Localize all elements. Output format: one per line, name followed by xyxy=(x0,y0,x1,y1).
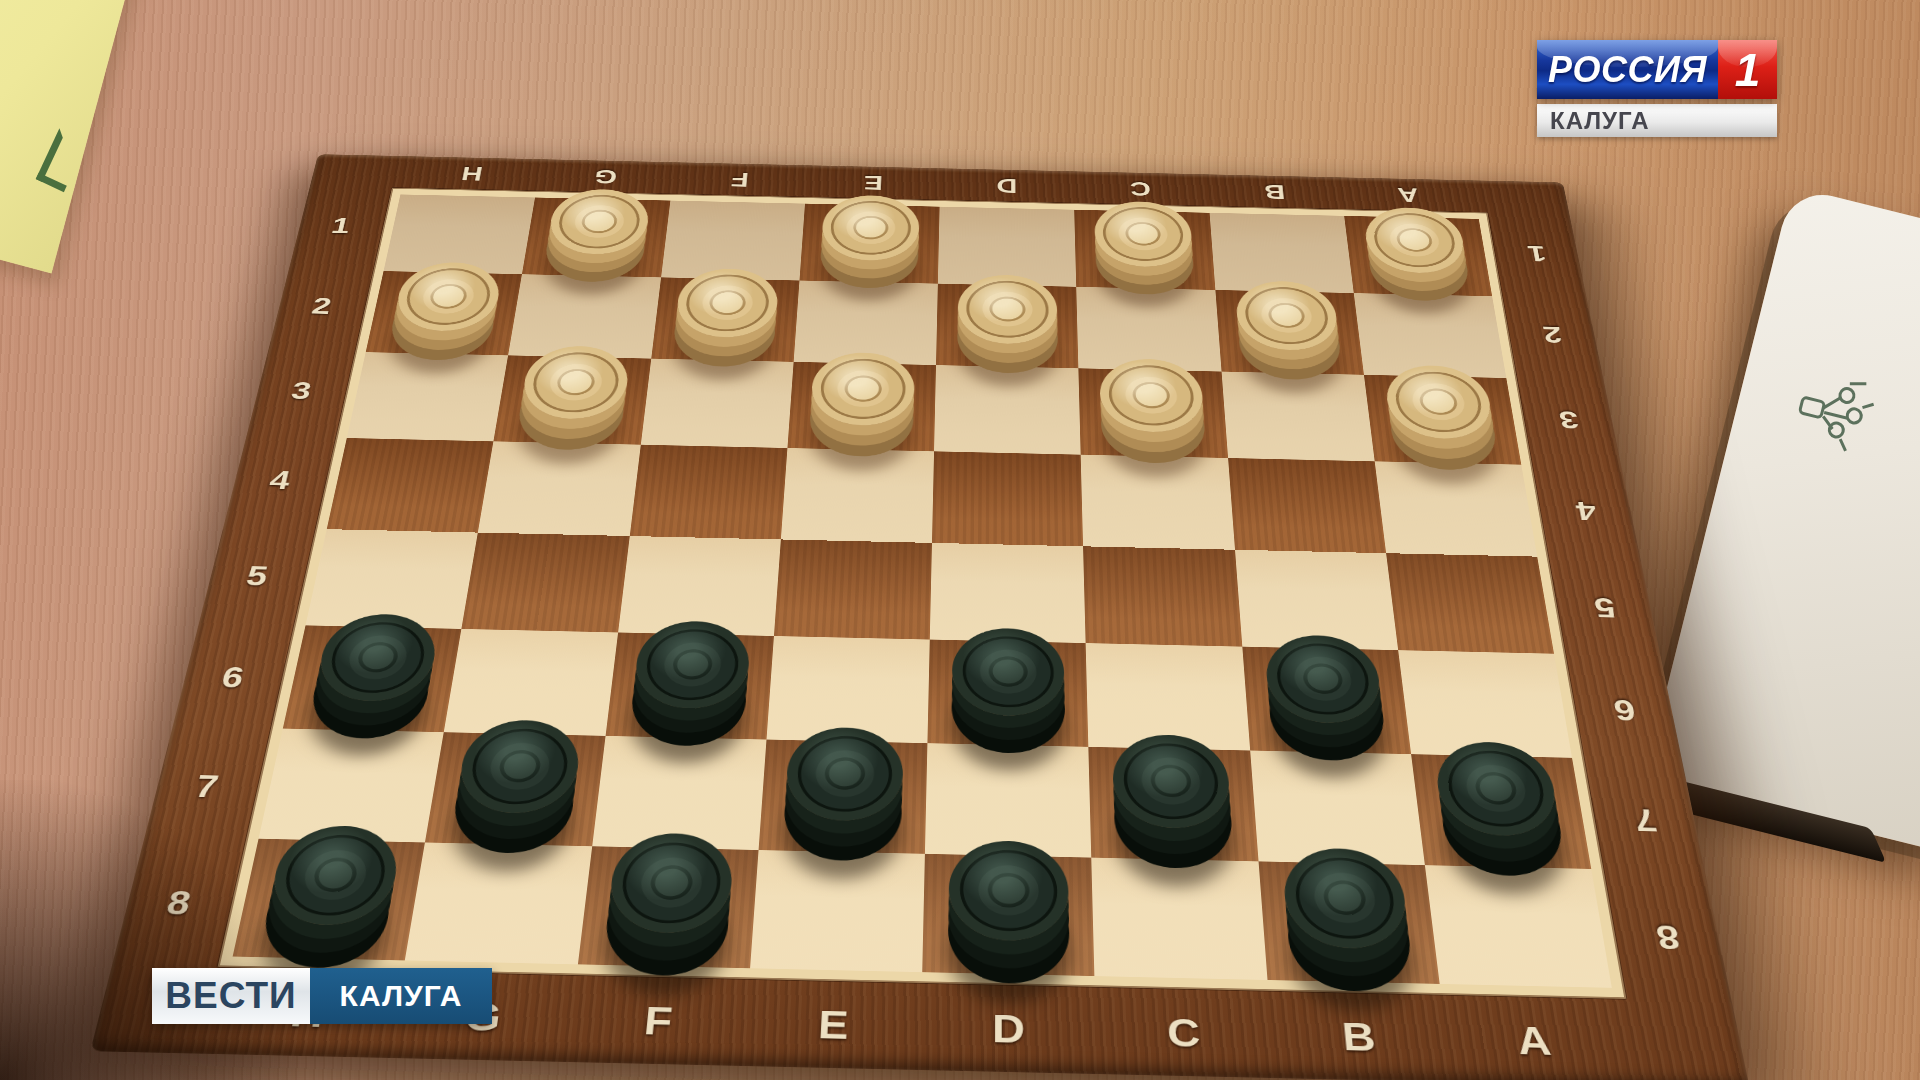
rank-label-right-1: 1 xyxy=(1489,214,1586,294)
light-checker-a1[interactable] xyxy=(1362,207,1468,274)
square-b3[interactable] xyxy=(1221,371,1374,461)
square-e7[interactable] xyxy=(758,740,927,854)
file-label-top-e: E xyxy=(805,166,940,199)
rank-label-right-2: 2 xyxy=(1503,292,1603,377)
tv-frame: HGFEDCBA HGFEDCBA 12345678 12345678 РОСС… xyxy=(0,0,1920,1080)
square-e5[interactable] xyxy=(774,539,932,640)
square-d4[interactable] xyxy=(932,451,1083,546)
light-checker-c1[interactable] xyxy=(1094,201,1194,268)
file-label-bottom-a: A xyxy=(1441,998,1628,1080)
light-checker-e3[interactable] xyxy=(810,351,916,426)
file-label-bottom-c: C xyxy=(1095,990,1274,1076)
file-label-top-g: G xyxy=(536,160,674,193)
light-checker-g3[interactable] xyxy=(519,345,632,420)
file-label-bottom-d: D xyxy=(920,986,1097,1072)
square-b8[interactable] xyxy=(1258,861,1439,983)
channel-number-badge: 1 xyxy=(1718,40,1777,99)
watermark-program-box: ВЕСТИ xyxy=(152,968,310,1024)
square-b4[interactable] xyxy=(1228,458,1386,553)
dark-checker-h8[interactable] xyxy=(265,825,404,927)
square-f2[interactable] xyxy=(651,277,799,361)
light-checker-g1[interactable] xyxy=(546,188,652,255)
channel-number: 1 xyxy=(1735,43,1761,97)
file-label-top-f: F xyxy=(671,163,808,196)
watermark-region-box: КАЛУГА xyxy=(310,968,492,1024)
board-frame: HGFEDCBA HGFEDCBA 12345678 12345678 xyxy=(90,154,1750,1080)
square-e4[interactable] xyxy=(781,448,934,543)
file-label-top-a: A xyxy=(1339,178,1477,211)
file-label-bottom-e: E xyxy=(743,982,922,1068)
square-g1[interactable] xyxy=(522,197,670,277)
square-a5[interactable] xyxy=(1386,553,1554,654)
dark-checker-h6[interactable] xyxy=(312,613,441,702)
square-h4[interactable] xyxy=(327,438,494,532)
square-d3[interactable] xyxy=(934,365,1081,455)
square-c8[interactable] xyxy=(1091,858,1267,980)
watermark-region: КАЛУГА xyxy=(340,979,463,1013)
dark-checker-f6[interactable] xyxy=(632,620,752,709)
light-checker-e1[interactable] xyxy=(821,194,921,261)
square-d8[interactable] xyxy=(922,854,1094,976)
square-e1[interactable] xyxy=(799,204,939,284)
square-b6[interactable] xyxy=(1242,647,1411,754)
checkers-board: HGFEDCBA HGFEDCBA 12345678 12345678 xyxy=(90,154,1750,1080)
square-f3[interactable] xyxy=(640,358,793,447)
file-label-bottom-b: B xyxy=(1268,994,1451,1080)
square-e3[interactable] xyxy=(787,362,936,451)
file-label-top-c: C xyxy=(1073,172,1208,205)
square-c4[interactable] xyxy=(1081,454,1235,549)
box-doodle-icon xyxy=(1787,363,1883,465)
square-a8[interactable] xyxy=(1425,865,1612,988)
file-label-top-d: D xyxy=(940,169,1074,202)
square-d2[interactable] xyxy=(936,284,1079,369)
square-a1[interactable] xyxy=(1344,216,1492,296)
file-label-top-h: H xyxy=(402,157,541,190)
square-c3[interactable] xyxy=(1079,368,1228,458)
square-a4[interactable] xyxy=(1374,461,1537,556)
channel-region-strip: КАЛУГА xyxy=(1537,104,1777,137)
light-checker-f2[interactable] xyxy=(674,268,780,339)
channel-logo: РОССИЯ xyxy=(1537,40,1718,99)
watermark: ВЕСТИ КАЛУГА xyxy=(152,968,492,1024)
square-g8[interactable] xyxy=(405,843,592,965)
square-d6[interactable] xyxy=(927,640,1088,747)
square-h2[interactable] xyxy=(366,271,522,355)
square-g7[interactable] xyxy=(425,732,605,846)
square-b2[interactable] xyxy=(1215,290,1364,375)
square-h6[interactable] xyxy=(283,626,462,733)
square-c5[interactable] xyxy=(1083,546,1242,647)
square-e8[interactable] xyxy=(750,850,925,972)
square-h8[interactable] xyxy=(233,839,426,961)
dark-checker-f8[interactable] xyxy=(606,832,735,934)
square-f4[interactable] xyxy=(629,444,787,539)
square-f8[interactable] xyxy=(577,846,758,968)
light-checker-h2[interactable] xyxy=(391,261,504,332)
square-c7[interactable] xyxy=(1089,747,1259,861)
watermark-program: ВЕСТИ xyxy=(165,975,296,1017)
channel-region: КАЛУГА xyxy=(1550,107,1649,135)
square-f6[interactable] xyxy=(605,633,774,740)
square-a3[interactable] xyxy=(1364,375,1522,465)
file-label-bottom-f: F xyxy=(566,978,749,1064)
file-label-top-b: B xyxy=(1206,175,1343,208)
dark-checker-e7[interactable] xyxy=(784,727,904,823)
playing-area xyxy=(218,188,1627,999)
square-c1[interactable] xyxy=(1074,210,1215,290)
dark-checker-g7[interactable] xyxy=(454,719,583,814)
square-h3[interactable] xyxy=(347,352,508,441)
channel-name: РОССИЯ xyxy=(1548,49,1707,91)
square-g5[interactable] xyxy=(462,532,630,632)
square-g4[interactable] xyxy=(478,441,640,536)
square-h7[interactable] xyxy=(259,729,444,843)
square-a7[interactable] xyxy=(1411,754,1591,869)
square-g3[interactable] xyxy=(494,355,651,444)
board-grid xyxy=(233,194,1612,987)
channel-bug: РОССИЯ 1 КАЛУГА xyxy=(1537,40,1777,137)
